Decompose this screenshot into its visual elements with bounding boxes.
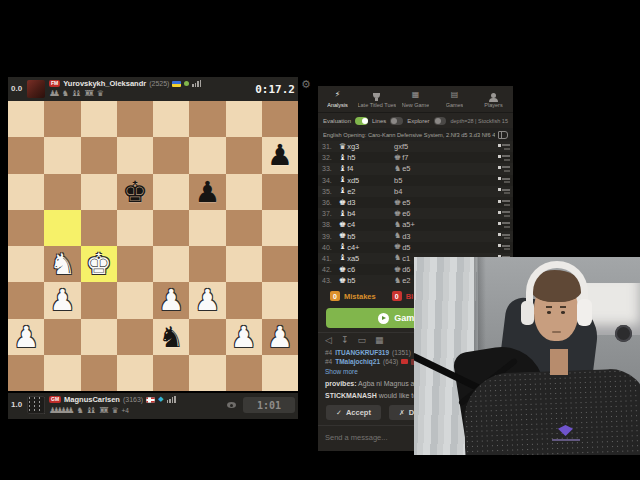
share-icon[interactable]: ◁ bbox=[325, 336, 332, 345]
top-player-bar: 0.0 FM Yurovskykh_Oleksandr (2525) ♟♟♞♝♝… bbox=[8, 77, 298, 101]
captured-rook-icon: ♜ bbox=[102, 407, 109, 415]
bottom-player-info: GM MagnusCarlsen (3163) ◆ bbox=[49, 395, 176, 404]
opening-row[interactable]: English Opening: Caro-Kann Defensive Sys… bbox=[318, 128, 513, 141]
square-e4[interactable] bbox=[153, 246, 189, 282]
eye-icon bbox=[227, 402, 236, 408]
square-d4[interactable] bbox=[117, 246, 153, 282]
move-number: 38. bbox=[322, 221, 339, 228]
move-number: 42. bbox=[322, 266, 339, 273]
lines-toggle[interactable] bbox=[390, 117, 403, 125]
white-pawn: ♟ bbox=[262, 319, 298, 355]
square-b8[interactable] bbox=[44, 101, 80, 137]
square-e7[interactable] bbox=[153, 137, 189, 173]
square-d7[interactable] bbox=[117, 137, 153, 173]
top-player-info: FM Yurovskykh_Oleksandr (2525) bbox=[49, 79, 201, 88]
black-move[interactable]: ♚e5 bbox=[394, 198, 449, 207]
captured-bishop-icon: ♝ bbox=[89, 407, 96, 415]
square-d2[interactable] bbox=[117, 319, 153, 355]
chess-board[interactable]: ♟♚♟♞♚♟♟♟♟♞♟♟ bbox=[8, 101, 298, 391]
bolt-icon: ⚡ bbox=[335, 91, 341, 100]
square-e2[interactable]: ♞ bbox=[153, 319, 189, 355]
move-row: 34.♝xd5b5 bbox=[318, 175, 513, 186]
explorer-toggle[interactable] bbox=[434, 117, 447, 125]
check-icon: ✓ bbox=[336, 409, 342, 417]
bottom-captured-pieces: ♟♟♟♟♟♟♞♝♝♜♜♛+4 bbox=[49, 407, 129, 415]
captured-knight-icon: ♞ bbox=[62, 90, 69, 98]
norway-flag-icon bbox=[146, 397, 155, 403]
engine-info: depth=28 | Stockfish 15 bbox=[450, 118, 508, 124]
piece-icon: ♝ bbox=[339, 154, 346, 162]
piece-icon: ♚ bbox=[339, 232, 346, 240]
top-player-match-score: 0.0 bbox=[11, 84, 27, 93]
black-move[interactable]: b5 bbox=[394, 176, 449, 185]
bottom-player-rating: (3163) bbox=[123, 396, 143, 403]
piece-icon: ♝ bbox=[339, 176, 346, 184]
square-b2[interactable] bbox=[44, 319, 80, 355]
square-a4[interactable] bbox=[8, 246, 44, 282]
square-h7[interactable]: ♟ bbox=[262, 137, 298, 173]
square-g4[interactable] bbox=[226, 246, 262, 282]
square-f1[interactable] bbox=[189, 355, 225, 391]
top-player-avatar[interactable] bbox=[27, 80, 45, 98]
square-g7[interactable] bbox=[226, 137, 262, 173]
top-player-name[interactable]: Yurovskykh_Oleksandr bbox=[63, 79, 146, 88]
standing-rating: (643) bbox=[383, 358, 398, 365]
board-icon: ▦ bbox=[412, 91, 420, 100]
square-f5[interactable] bbox=[189, 210, 225, 246]
connection-bars-icon bbox=[167, 396, 176, 403]
tab-label: New Game bbox=[402, 102, 430, 108]
book-icon bbox=[498, 131, 508, 139]
move-meta bbox=[498, 211, 513, 217]
webcam-overlay bbox=[414, 257, 640, 455]
bottom-player-match-score: 1.0 bbox=[11, 400, 27, 409]
black-move[interactable]: ♞a5+ bbox=[394, 220, 449, 229]
piece-icon: ♞ bbox=[394, 254, 401, 262]
white-move[interactable]: ♝c4+ bbox=[339, 243, 394, 252]
black-pawn: ♟ bbox=[262, 137, 298, 173]
trophy-icon bbox=[373, 91, 380, 100]
move-number: 33. bbox=[322, 165, 339, 172]
evaluation-label: Evaluation bbox=[323, 118, 351, 124]
square-c4[interactable]: ♚ bbox=[81, 246, 117, 282]
square-h4[interactable] bbox=[262, 246, 298, 282]
accept-button[interactable]: ✓ Accept bbox=[326, 405, 381, 420]
online-status-dot bbox=[184, 81, 189, 86]
square-e1[interactable] bbox=[153, 355, 189, 391]
square-f4[interactable] bbox=[189, 246, 225, 282]
tab-analysis[interactable]: ⚡Analysis bbox=[318, 86, 357, 112]
move-number: 32. bbox=[322, 154, 339, 161]
move-row: 36.♚d3♚e5 bbox=[318, 197, 513, 208]
bottom-player-clock: 1:01 bbox=[243, 397, 295, 413]
move-number: 43. bbox=[322, 277, 339, 284]
square-g3[interactable] bbox=[226, 282, 262, 318]
move-meta bbox=[498, 244, 513, 250]
chat-username[interactable]: provibes: bbox=[325, 380, 357, 387]
mistakes-label: Mistakes bbox=[344, 292, 376, 301]
tab-label: Games bbox=[446, 102, 464, 108]
square-b4[interactable]: ♞ bbox=[44, 246, 80, 282]
standing-username[interactable]: TMalajochiq21 bbox=[335, 358, 380, 365]
grid-icon: ▤ bbox=[451, 91, 459, 100]
square-d1[interactable] bbox=[117, 355, 153, 391]
piece-icon: ♝ bbox=[339, 254, 346, 262]
lines-label: Lines bbox=[372, 118, 386, 124]
top-captured-pieces: ♟♟♞♝♝♜♜♛ bbox=[49, 90, 104, 98]
top-player-rating: (2525) bbox=[149, 80, 169, 87]
stream-frame: 0.0 FM Yurovskykh_Oleksandr (2525) ♟♟♞♝♝… bbox=[0, 0, 640, 480]
x-icon: ✗ bbox=[399, 409, 405, 417]
piece-icon: ♝ bbox=[339, 187, 346, 195]
white-move[interactable]: ♛xg3 bbox=[339, 142, 394, 151]
square-d3[interactable] bbox=[117, 282, 153, 318]
move-number: 41. bbox=[322, 255, 339, 262]
blunders-count-badge: 0 bbox=[392, 291, 402, 301]
square-a6[interactable] bbox=[8, 174, 44, 210]
move-meta bbox=[498, 155, 513, 161]
ukraine-flag-icon bbox=[172, 81, 181, 87]
square-g1[interactable] bbox=[226, 355, 262, 391]
square-b7[interactable] bbox=[44, 137, 80, 173]
white-move[interactable]: ♝b4 bbox=[339, 209, 394, 218]
captured-bishop-icon: ♝ bbox=[75, 90, 82, 98]
explorer-label: Explorer bbox=[407, 118, 429, 124]
black-move[interactable]: ♞d3 bbox=[394, 232, 449, 241]
white-move[interactable]: ♝f4 bbox=[339, 164, 394, 173]
square-c2[interactable] bbox=[81, 319, 117, 355]
chat-text: Agba ni Magnus ae bbox=[358, 380, 418, 387]
captured-pawn-icon: ♟ bbox=[67, 407, 74, 415]
black-move[interactable]: gxf5 bbox=[394, 142, 449, 151]
white-king: ♚ bbox=[81, 246, 117, 282]
black-move[interactable]: ♚e6 bbox=[394, 209, 449, 218]
tab-label: Late Titled Tues... bbox=[358, 102, 396, 108]
black-knight: ♞ bbox=[153, 319, 189, 355]
move-number: 31. bbox=[322, 143, 339, 150]
square-f2[interactable] bbox=[189, 319, 225, 355]
top-player-clock: 0:17.2 bbox=[255, 81, 295, 97]
piece-icon: ♝ bbox=[339, 165, 346, 173]
title-badge: FM bbox=[49, 80, 60, 87]
square-c8[interactable] bbox=[81, 101, 117, 137]
square-h1[interactable] bbox=[262, 355, 298, 391]
piece-icon: ♚ bbox=[394, 154, 401, 162]
piece-icon: ♚ bbox=[394, 210, 401, 218]
black-move[interactable]: b4 bbox=[394, 187, 449, 196]
standing-rating: (1351) bbox=[392, 349, 411, 356]
piece-icon: ♚ bbox=[339, 266, 346, 274]
square-a2[interactable]: ♟ bbox=[8, 319, 44, 355]
piece-icon: ♝ bbox=[339, 210, 346, 218]
opening-name: English Opening: Caro-Kann Defensive Sys… bbox=[323, 132, 495, 138]
piece-icon: ♛ bbox=[339, 143, 346, 151]
square-d8[interactable] bbox=[117, 101, 153, 137]
move-number: 39. bbox=[322, 233, 339, 240]
tab-players[interactable]: Players bbox=[474, 86, 513, 112]
square-a7[interactable] bbox=[8, 137, 44, 173]
square-g2[interactable]: ♟ bbox=[226, 319, 262, 355]
white-move[interactable]: ♚c4 bbox=[339, 220, 394, 229]
streamer-torso bbox=[462, 368, 640, 455]
engine-settings-row: Evaluation Lines Explorer depth=28 | Sto… bbox=[318, 113, 513, 128]
standing-username[interactable]: ITUANGKRUF319 bbox=[335, 349, 389, 356]
white-knight: ♞ bbox=[44, 246, 80, 282]
black-move[interactable]: ♚d5 bbox=[394, 243, 449, 252]
square-c3[interactable] bbox=[81, 282, 117, 318]
mistakes-count-badge: 0 bbox=[330, 291, 340, 301]
piece-icon: ♚ bbox=[339, 221, 346, 229]
white-pawn: ♟ bbox=[189, 282, 225, 318]
standing-rank: #4 bbox=[325, 358, 332, 365]
move-row: 38.♚c4♞a5+ bbox=[318, 219, 513, 230]
square-c7[interactable] bbox=[81, 137, 117, 173]
square-g6[interactable] bbox=[226, 174, 262, 210]
square-b5[interactable] bbox=[44, 210, 80, 246]
move-number: 40. bbox=[322, 244, 339, 251]
square-h5[interactable] bbox=[262, 210, 298, 246]
square-h6[interactable] bbox=[262, 174, 298, 210]
move-row: 35.♝e2b4 bbox=[318, 186, 513, 197]
move-meta bbox=[498, 177, 513, 183]
square-h8[interactable] bbox=[262, 101, 298, 137]
white-move[interactable]: ♝xd5 bbox=[339, 176, 394, 185]
white-move[interactable]: ♚b5 bbox=[339, 232, 394, 241]
captured-pawn-icon: ♟ bbox=[53, 90, 60, 98]
square-b1[interactable] bbox=[44, 355, 80, 391]
piece-icon: ♝ bbox=[339, 243, 346, 251]
captured-queen-icon: ♛ bbox=[97, 90, 104, 98]
square-e3[interactable]: ♟ bbox=[153, 282, 189, 318]
board-grid-icon[interactable]: ▦ bbox=[375, 336, 384, 345]
bottom-player-bar: 1.0 GM MagnusCarlsen (3163) ◆ ♟♟♟♟♟♟♞♝♝♜… bbox=[8, 393, 298, 419]
square-a5[interactable] bbox=[8, 210, 44, 246]
panel-tabs: ⚡AnalysisLate Titled Tues...▦New Game▤Ga… bbox=[318, 86, 513, 113]
move-row: 32.♝h5♚f7 bbox=[318, 152, 513, 163]
tab-games[interactable]: ▤Games bbox=[435, 86, 474, 112]
square-g5[interactable] bbox=[226, 210, 262, 246]
square-e5[interactable] bbox=[153, 210, 189, 246]
square-f3[interactable]: ♟ bbox=[189, 282, 225, 318]
square-g8[interactable] bbox=[226, 101, 262, 137]
square-c6[interactable] bbox=[81, 174, 117, 210]
archive-icon[interactable]: ▭ bbox=[357, 336, 366, 345]
white-pawn: ♟ bbox=[153, 282, 189, 318]
square-e8[interactable] bbox=[153, 101, 189, 137]
connection-bars-icon bbox=[192, 80, 201, 87]
standing-rank: #4 bbox=[325, 349, 332, 356]
pillow-logo bbox=[615, 325, 632, 342]
piece-icon: ♚ bbox=[394, 266, 401, 274]
headphone-cup bbox=[577, 299, 592, 326]
black-king: ♚ bbox=[117, 174, 153, 210]
chat-request-username[interactable]: STICKMANASH bbox=[325, 392, 377, 399]
black-move[interactable]: ♞e5 bbox=[394, 164, 449, 173]
square-d6[interactable]: ♚ bbox=[117, 174, 153, 210]
title-badge: GM bbox=[49, 396, 61, 403]
white-move[interactable]: ♚d3 bbox=[339, 198, 394, 207]
square-f6[interactable]: ♟ bbox=[189, 174, 225, 210]
square-b3[interactable]: ♟ bbox=[44, 282, 80, 318]
captured-knight-icon: ♞ bbox=[77, 407, 84, 415]
move-number: 35. bbox=[322, 188, 339, 195]
download-icon[interactable]: ↧ bbox=[341, 336, 349, 345]
person-icon bbox=[491, 91, 496, 100]
square-e6[interactable] bbox=[153, 174, 189, 210]
square-f7[interactable] bbox=[189, 137, 225, 173]
diamond-membership-icon: ◆ bbox=[158, 396, 163, 403]
evaluation-toggle[interactable] bbox=[355, 117, 368, 125]
piece-icon: ♚ bbox=[339, 199, 346, 207]
square-a8[interactable] bbox=[8, 101, 44, 137]
tab-label: Players bbox=[484, 102, 502, 108]
headphone-cup bbox=[521, 301, 534, 325]
square-h2[interactable]: ♟ bbox=[262, 319, 298, 355]
move-row: 37.♝b4♚e6 bbox=[318, 208, 513, 219]
white-pawn: ♟ bbox=[8, 319, 44, 355]
move-number: 34. bbox=[322, 177, 339, 184]
square-c5[interactable] bbox=[81, 210, 117, 246]
tab-new-game[interactable]: ▦New Game bbox=[396, 86, 435, 112]
black-move[interactable]: ♚f7 bbox=[394, 153, 449, 162]
square-h3[interactable] bbox=[262, 282, 298, 318]
white-move[interactable]: ♝e2 bbox=[339, 187, 394, 196]
move-number: 37. bbox=[322, 210, 339, 217]
square-b6[interactable] bbox=[44, 174, 80, 210]
white-move[interactable]: ♚c6 bbox=[339, 265, 394, 274]
move-row: 33.♝f4♞e5 bbox=[318, 163, 513, 174]
white-pawn: ♟ bbox=[226, 319, 262, 355]
move-number: 36. bbox=[322, 199, 339, 206]
move-meta bbox=[498, 200, 513, 206]
move-meta bbox=[498, 188, 513, 194]
piece-icon: ♚ bbox=[394, 199, 401, 207]
tab-late-titled-tues-[interactable]: Late Titled Tues... bbox=[357, 86, 396, 112]
square-a3[interactable] bbox=[8, 282, 44, 318]
square-d5[interactable] bbox=[117, 210, 153, 246]
white-move[interactable]: ♚b5 bbox=[339, 276, 394, 285]
review-arrow-icon bbox=[378, 313, 389, 324]
move-meta bbox=[498, 222, 513, 228]
black-pawn: ♟ bbox=[189, 174, 225, 210]
bottom-player-name[interactable]: MagnusCarlsen bbox=[64, 395, 120, 404]
white-pawn: ♟ bbox=[44, 282, 80, 318]
move-row: 31.♛xg3gxf5 bbox=[318, 141, 513, 152]
captured-rook-icon: ♜ bbox=[88, 90, 95, 98]
move-meta bbox=[498, 166, 513, 172]
bottom-player-avatar[interactable] bbox=[27, 396, 45, 414]
piece-icon: ♞ bbox=[394, 232, 401, 240]
piece-icon: ♚ bbox=[394, 243, 401, 251]
tab-label: Analysis bbox=[327, 102, 347, 108]
move-meta bbox=[498, 233, 513, 239]
flag-icon bbox=[401, 359, 408, 364]
piece-icon: ♞ bbox=[394, 221, 401, 229]
move-row: 40.♝c4+♚d5 bbox=[318, 242, 513, 253]
piece-icon: ♞ bbox=[394, 277, 401, 285]
white-move[interactable]: ♝h5 bbox=[339, 153, 394, 162]
move-row: 39.♚b5♞d3 bbox=[318, 231, 513, 242]
material-advantage: +4 bbox=[122, 408, 129, 415]
piece-icon: ♞ bbox=[394, 165, 401, 173]
move-meta bbox=[498, 144, 513, 150]
captured-queen-icon: ♛ bbox=[111, 407, 118, 415]
gear-icon[interactable]: ⚙ bbox=[301, 78, 311, 91]
square-c1[interactable] bbox=[81, 355, 117, 391]
piece-icon: ♚ bbox=[339, 277, 346, 285]
square-f8[interactable] bbox=[189, 101, 225, 137]
white-move[interactable]: ♝xa5 bbox=[339, 254, 394, 263]
square-a1[interactable] bbox=[8, 355, 44, 391]
